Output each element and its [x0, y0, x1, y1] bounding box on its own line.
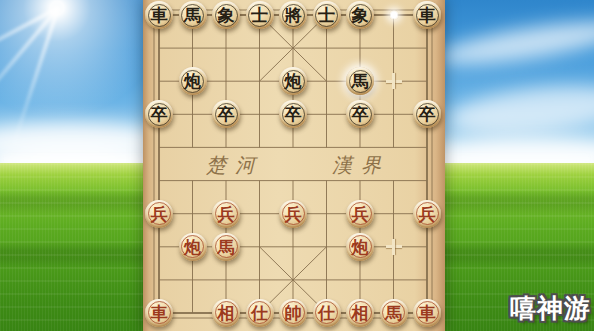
piece-red-cannon[interactable]: 炮 — [179, 233, 207, 261]
game-screen: 楚河 漢界 車馬象士將士象車炮炮馬卒卒卒卒卒兵兵兵兵兵炮馬炮車相仕帥仕相馬車 嘻… — [0, 0, 594, 331]
piece-black-soldier[interactable]: 卒 — [145, 100, 173, 128]
piece-black-chariot[interactable]: 車 — [413, 1, 441, 29]
point-marker — [386, 73, 402, 89]
watermark-text: 嘻神游 — [510, 291, 591, 326]
piece-red-elephant[interactable]: 相 — [346, 299, 374, 327]
piece-black-soldier[interactable]: 卒 — [346, 100, 374, 128]
piece-red-chariot[interactable]: 車 — [413, 299, 441, 327]
piece-black-soldier[interactable]: 卒 — [212, 100, 240, 128]
piece-red-soldier[interactable]: 兵 — [145, 200, 173, 228]
last-move-origin-marker — [389, 10, 399, 20]
piece-black-soldier[interactable]: 卒 — [279, 100, 307, 128]
piece-red-soldier[interactable]: 兵 — [413, 200, 441, 228]
piece-black-advisor[interactable]: 士 — [246, 1, 274, 29]
piece-black-horse[interactable]: 馬 — [346, 67, 374, 95]
piece-red-advisor[interactable]: 仕 — [313, 299, 341, 327]
piece-black-elephant[interactable]: 象 — [212, 1, 240, 29]
piece-red-general[interactable]: 帥 — [279, 299, 307, 327]
piece-black-advisor[interactable]: 士 — [313, 1, 341, 29]
piece-layer: 車馬象士將士象車炮炮馬卒卒卒卒卒兵兵兵兵兵炮馬炮車相仕帥仕相馬車 — [143, 0, 445, 331]
point-marker — [386, 239, 402, 255]
piece-black-general[interactable]: 將 — [279, 1, 307, 29]
piece-red-advisor[interactable]: 仕 — [246, 299, 274, 327]
piece-black-cannon[interactable]: 炮 — [179, 67, 207, 95]
piece-red-cannon[interactable]: 炮 — [346, 233, 374, 261]
piece-red-horse[interactable]: 馬 — [380, 299, 408, 327]
piece-red-horse[interactable]: 馬 — [212, 233, 240, 261]
piece-black-soldier[interactable]: 卒 — [413, 100, 441, 128]
piece-black-elephant[interactable]: 象 — [346, 1, 374, 29]
piece-red-elephant[interactable]: 相 — [212, 299, 240, 327]
piece-red-soldier[interactable]: 兵 — [346, 200, 374, 228]
xiangqi-board[interactable]: 楚河 漢界 車馬象士將士象車炮炮馬卒卒卒卒卒兵兵兵兵兵炮馬炮車相仕帥仕相馬車 — [143, 0, 445, 331]
piece-red-soldier[interactable]: 兵 — [212, 200, 240, 228]
piece-black-chariot[interactable]: 車 — [145, 1, 173, 29]
piece-red-soldier[interactable]: 兵 — [279, 200, 307, 228]
piece-red-chariot[interactable]: 車 — [145, 299, 173, 327]
piece-black-horse[interactable]: 馬 — [179, 1, 207, 29]
piece-black-cannon[interactable]: 炮 — [279, 67, 307, 95]
